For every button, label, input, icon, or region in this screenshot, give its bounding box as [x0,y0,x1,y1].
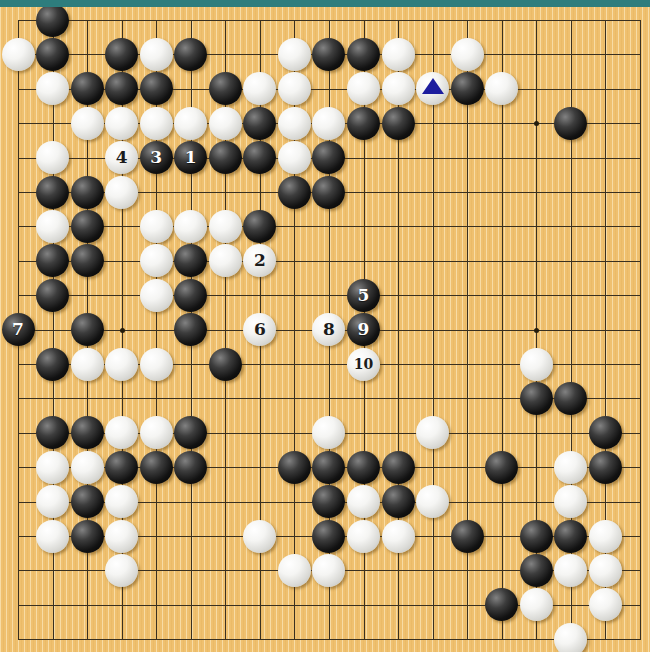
white-stone[interactable] [278,554,311,587]
black-stone[interactable] [174,313,207,346]
white-stone[interactable] [36,485,69,518]
go-board[interactable]: 43125768910 [0,0,650,652]
move-number-label: 4 [116,149,128,166]
white-stone[interactable] [71,348,104,381]
black-stone[interactable] [382,107,415,140]
move-number-label: 9 [358,321,370,338]
white-stone[interactable] [140,210,173,243]
white-stone[interactable] [71,107,104,140]
white-stone[interactable] [243,520,276,553]
grid-line-horizontal [18,639,641,640]
move-number-label: 6 [254,321,266,338]
white-stone[interactable] [243,72,276,105]
black-stone[interactable] [105,72,138,105]
black-stone[interactable]: 5 [347,279,380,312]
black-stone[interactable] [554,382,587,415]
black-stone[interactable] [36,416,69,449]
triangle-marker-icon [422,78,444,94]
black-stone[interactable] [174,279,207,312]
white-stone[interactable] [36,520,69,553]
black-stone[interactable] [36,176,69,209]
move-number-label: 1 [185,149,197,166]
white-stone[interactable] [140,244,173,277]
black-stone[interactable] [312,485,345,518]
white-stone[interactable] [209,107,242,140]
black-stone[interactable] [105,451,138,484]
white-stone[interactable] [36,210,69,243]
black-stone[interactable] [312,451,345,484]
white-stone[interactable] [416,416,449,449]
black-stone[interactable] [243,107,276,140]
black-stone[interactable] [382,485,415,518]
move-number-label: 8 [323,321,335,338]
move-number-label: 5 [358,287,370,304]
white-stone[interactable] [174,210,207,243]
black-stone[interactable] [71,485,104,518]
star-point [534,121,539,126]
white-stone[interactable] [382,38,415,71]
black-stone[interactable] [347,451,380,484]
black-stone[interactable] [347,38,380,71]
white-stone[interactable] [312,416,345,449]
black-stone[interactable] [382,451,415,484]
black-stone[interactable] [71,176,104,209]
white-stone[interactable] [451,38,484,71]
black-stone[interactable] [71,520,104,553]
black-stone[interactable] [520,520,553,553]
white-stone[interactable] [209,244,242,277]
white-stone[interactable] [347,485,380,518]
black-stone[interactable] [36,279,69,312]
white-stone[interactable] [312,107,345,140]
black-stone[interactable] [209,72,242,105]
white-stone[interactable]: 8 [312,313,345,346]
grid-line-vertical [433,20,434,640]
black-stone[interactable] [209,348,242,381]
white-stone[interactable] [382,72,415,105]
move-number-label: 10 [354,357,373,371]
white-stone[interactable] [209,210,242,243]
black-stone[interactable] [312,38,345,71]
star-point [120,328,125,333]
black-stone[interactable] [589,416,622,449]
black-stone[interactable] [71,416,104,449]
white-stone[interactable] [554,554,587,587]
white-stone[interactable] [105,176,138,209]
black-stone[interactable] [451,72,484,105]
white-stone[interactable] [485,72,518,105]
white-stone[interactable] [589,520,622,553]
black-stone[interactable] [71,313,104,346]
black-stone[interactable] [589,451,622,484]
black-stone[interactable]: 9 [347,313,380,346]
grid-line-vertical [502,20,503,640]
white-stone[interactable]: 2 [243,244,276,277]
black-stone[interactable] [174,38,207,71]
move-number-label: 2 [254,252,266,269]
white-stone[interactable] [278,38,311,71]
move-number-label: 7 [12,321,24,338]
grid-line-vertical [640,20,641,640]
white-stone[interactable] [589,588,622,621]
black-stone[interactable]: 3 [140,141,173,174]
white-stone[interactable] [278,141,311,174]
white-stone[interactable] [140,348,173,381]
white-stone[interactable] [589,554,622,587]
white-stone[interactable] [554,485,587,518]
white-stone[interactable] [416,485,449,518]
white-stone[interactable] [105,554,138,587]
white-stone[interactable] [140,38,173,71]
white-stone[interactable] [36,72,69,105]
white-stone[interactable]: 6 [243,313,276,346]
white-stone[interactable] [174,107,207,140]
black-stone[interactable] [140,72,173,105]
white-stone[interactable] [554,623,587,652]
black-stone[interactable] [71,72,104,105]
white-stone[interactable] [105,107,138,140]
star-point [534,328,539,333]
black-stone[interactable] [209,141,242,174]
white-stone[interactable] [71,451,104,484]
black-stone[interactable] [36,38,69,71]
black-stone[interactable] [174,244,207,277]
white-stone[interactable] [554,451,587,484]
black-stone[interactable] [485,451,518,484]
white-stone[interactable] [347,72,380,105]
white-stone[interactable] [278,107,311,140]
black-stone[interactable] [451,520,484,553]
black-stone[interactable] [36,348,69,381]
white-stone[interactable] [36,141,69,174]
white-stone[interactable]: 4 [105,141,138,174]
white-stone[interactable] [36,451,69,484]
black-stone[interactable] [243,141,276,174]
black-stone[interactable]: 1 [174,141,207,174]
black-stone[interactable] [140,451,173,484]
white-stone[interactable] [416,72,449,105]
black-stone[interactable] [278,176,311,209]
black-stone[interactable] [105,38,138,71]
black-stone[interactable] [36,244,69,277]
black-stone[interactable] [312,176,345,209]
window-top-strip [0,0,650,7]
white-stone[interactable] [2,38,35,71]
black-stone[interactable] [174,416,207,449]
black-stone[interactable] [554,520,587,553]
white-stone[interactable] [520,588,553,621]
black-stone[interactable] [520,554,553,587]
move-number-label: 3 [150,149,162,166]
white-stone[interactable] [520,348,553,381]
black-stone[interactable] [312,520,345,553]
white-stone[interactable] [312,554,345,587]
black-stone[interactable] [71,244,104,277]
black-stone[interactable] [174,451,207,484]
black-stone[interactable] [554,107,587,140]
white-stone[interactable] [105,348,138,381]
white-stone[interactable] [140,416,173,449]
black-stone[interactable] [278,451,311,484]
black-stone[interactable] [36,4,69,37]
black-stone[interactable] [485,588,518,621]
white-stone[interactable] [140,107,173,140]
black-stone[interactable] [312,141,345,174]
white-stone[interactable] [140,279,173,312]
black-stone[interactable] [71,210,104,243]
white-stone[interactable] [347,520,380,553]
white-stone[interactable] [105,485,138,518]
white-stone[interactable] [278,72,311,105]
white-stone[interactable] [382,520,415,553]
white-stone[interactable] [105,416,138,449]
black-stone[interactable]: 7 [2,313,35,346]
white-stone[interactable]: 10 [347,348,380,381]
black-stone[interactable] [520,382,553,415]
black-stone[interactable] [347,107,380,140]
black-stone[interactable] [243,210,276,243]
white-stone[interactable] [105,520,138,553]
